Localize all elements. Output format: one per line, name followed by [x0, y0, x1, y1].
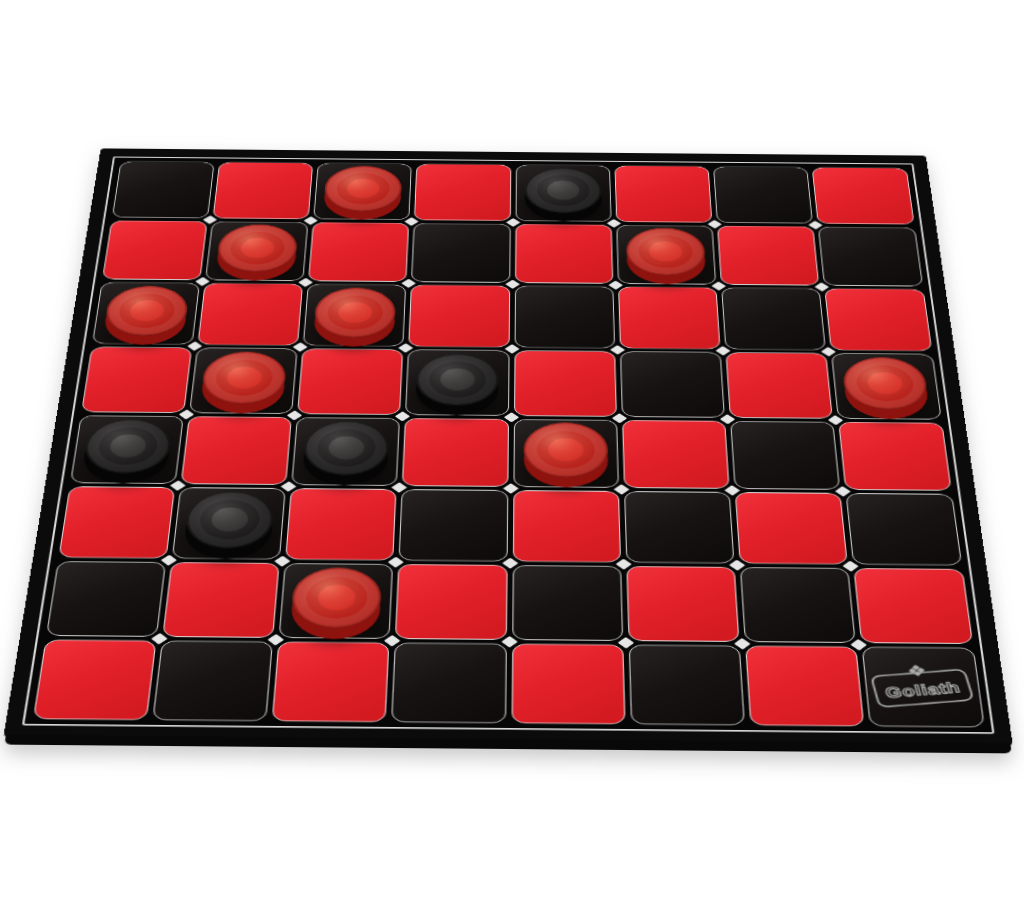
square-r4c8[interactable]: [831, 353, 941, 419]
red-checker-r2c6[interactable]: [626, 228, 706, 276]
square-r1c6: [614, 165, 712, 222]
square-r8c4[interactable]: [391, 643, 506, 723]
square-r5c6: [622, 420, 730, 489]
black-checker-r5c1[interactable]: [81, 419, 173, 474]
square-r5c8: [838, 421, 951, 490]
square-r4c2[interactable]: [189, 348, 298, 414]
junction-diamond: [503, 412, 519, 422]
goliath-logo-text: Goliath: [884, 681, 962, 700]
red-checker-r4c2[interactable]: [200, 351, 287, 404]
square-r1c1[interactable]: [111, 161, 214, 218]
square-r2c5: [515, 224, 613, 284]
square-r5c2: [180, 416, 291, 485]
square-r6c1: [58, 486, 175, 558]
red-checker-r4c8[interactable]: [842, 357, 930, 410]
square-r7c4: [395, 564, 507, 640]
square-r2c3: [308, 222, 409, 282]
square-r3c7[interactable]: [721, 288, 826, 351]
square-r6c3: [285, 488, 397, 560]
square-r8c5: [511, 644, 625, 724]
square-r4c6[interactable]: [620, 352, 725, 418]
square-r2c2[interactable]: [205, 221, 308, 281]
square-r5c5[interactable]: [513, 419, 619, 488]
square-r8c2[interactable]: [152, 641, 273, 721]
square-r4c1: [81, 347, 192, 413]
junction-diamond: [611, 413, 627, 423]
square-r3c4: [408, 285, 509, 348]
square-r2c6[interactable]: [616, 225, 716, 285]
square-r5c1[interactable]: [70, 415, 184, 484]
square-r2c7: [717, 225, 819, 285]
square-r6c7: [735, 492, 848, 564]
square-r7c8: [854, 568, 973, 644]
square-r6c5: [512, 490, 620, 562]
square-r1c8: [812, 167, 914, 224]
square-r1c3[interactable]: [313, 163, 412, 220]
square-r2c1: [102, 220, 208, 280]
square-r3c8: [825, 288, 932, 351]
square-r1c5[interactable]: [515, 164, 611, 221]
square-r3c2: [197, 283, 303, 346]
red-checker-r5c5[interactable]: [523, 422, 608, 477]
square-r1c7[interactable]: [713, 166, 813, 223]
product-photo-scene: ❖Goliath: [0, 0, 1024, 911]
square-r8c7: [745, 646, 864, 726]
red-checker-r3c3[interactable]: [313, 287, 396, 337]
square-r5c7[interactable]: [730, 421, 840, 490]
square-r5c3[interactable]: [291, 417, 400, 486]
square-r2c8[interactable]: [818, 226, 923, 286]
red-checker-r2c2[interactable]: [215, 224, 298, 272]
square-r3c3[interactable]: [303, 284, 407, 347]
red-checker-r3c1[interactable]: [103, 285, 190, 335]
square-r8c8[interactable]: ❖Goliath: [862, 647, 984, 727]
square-r4c5: [514, 351, 617, 417]
square-r7c5[interactable]: [512, 565, 623, 641]
square-r6c2[interactable]: [171, 487, 285, 559]
red-checker-r7c3[interactable]: [290, 567, 382, 628]
square-r1c2: [212, 162, 313, 219]
square-r7c1[interactable]: [45, 561, 165, 637]
black-checker-r4c4[interactable]: [416, 353, 499, 406]
checkers-board: ❖Goliath: [3, 148, 1013, 746]
square-r4c7: [726, 352, 834, 418]
goliath-emblem-icon: ❖: [905, 662, 929, 679]
goliath-logo: ❖Goliath: [870, 668, 975, 708]
square-r6c4[interactable]: [399, 489, 508, 561]
square-r8c3: [272, 642, 390, 722]
square-r7c6: [626, 566, 739, 642]
square-r5c4: [402, 418, 508, 487]
square-r8c1: [32, 640, 156, 720]
square-r8c6[interactable]: [628, 645, 744, 725]
square-r1c4: [414, 164, 511, 221]
black-checker-r6c2[interactable]: [183, 491, 275, 549]
square-r7c7[interactable]: [740, 567, 856, 643]
square-r4c4[interactable]: [405, 350, 509, 416]
square-r3c5[interactable]: [514, 286, 615, 349]
black-checker-r5c3[interactable]: [302, 420, 389, 475]
board-grid: ❖Goliath: [25, 158, 992, 732]
square-r7c3[interactable]: [279, 563, 394, 639]
square-r6c6[interactable]: [624, 491, 734, 563]
black-checker-r1c5[interactable]: [525, 168, 602, 214]
red-checker-r1c3[interactable]: [323, 166, 402, 212]
square-r7c2: [162, 562, 280, 638]
square-r3c1[interactable]: [91, 282, 199, 345]
square-r2c4[interactable]: [411, 223, 510, 283]
square-r3c6: [618, 287, 721, 350]
square-r6c8[interactable]: [846, 493, 962, 565]
square-r4c3: [297, 349, 403, 415]
